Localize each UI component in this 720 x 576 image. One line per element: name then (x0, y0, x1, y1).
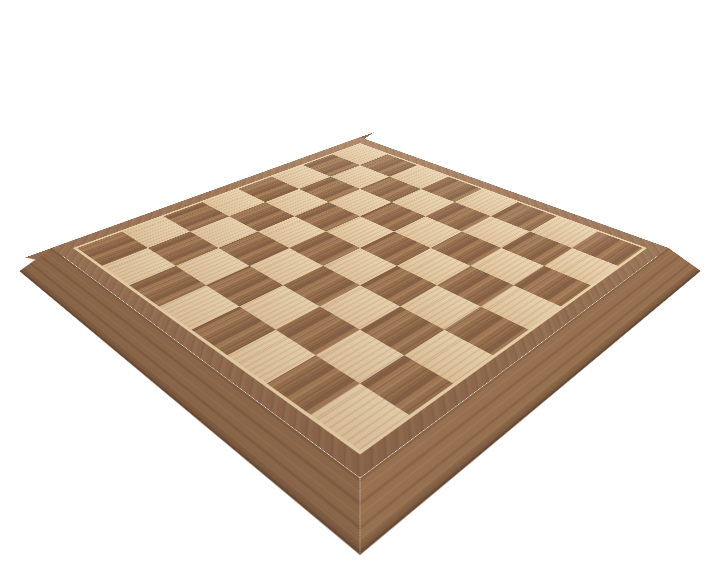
square-d2 (206, 266, 283, 307)
square-e4 (323, 248, 397, 285)
square-f2 (276, 306, 360, 355)
square-h4 (444, 306, 528, 355)
perspective-scene (0, 0, 720, 576)
square-b1 (102, 248, 176, 285)
square-h5 (481, 285, 561, 329)
frame-inlay-line (73, 143, 647, 454)
square-g5 (437, 266, 514, 307)
square-d1 (159, 285, 239, 329)
square-g6 (471, 248, 545, 285)
square-f3 (320, 285, 400, 329)
board-frame (52, 137, 669, 478)
square-h3 (404, 330, 492, 384)
square-e2 (239, 285, 319, 329)
square-c1 (129, 266, 206, 307)
square-h7 (544, 248, 618, 285)
square-g4 (400, 285, 480, 329)
square-f4 (360, 266, 437, 307)
square-f5 (397, 248, 471, 285)
square-g2 (316, 330, 404, 384)
chess-board (52, 137, 669, 478)
product-photo-canvas (0, 0, 720, 576)
square-c2 (176, 248, 250, 285)
square-g1 (267, 355, 360, 415)
square-e3 (283, 266, 360, 307)
square-d3 (249, 248, 323, 285)
square-e1 (192, 306, 276, 355)
square-g3 (360, 306, 444, 355)
playing-field (77, 144, 643, 450)
square-h2 (360, 355, 453, 415)
square-h1 (311, 383, 409, 450)
square-f1 (227, 330, 315, 384)
square-h6 (514, 266, 591, 307)
